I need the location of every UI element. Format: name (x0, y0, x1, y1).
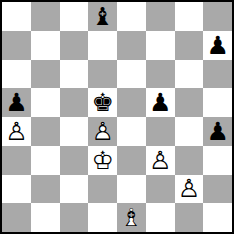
square-d2[interactable] (88, 175, 117, 204)
square-f2[interactable] (146, 175, 175, 204)
square-c6[interactable] (60, 60, 89, 89)
square-b4[interactable] (31, 117, 60, 146)
square-f1[interactable] (146, 203, 175, 232)
black-pawn-a5: ♟ (2, 88, 31, 117)
white-pawn-f3: ♟♙ (146, 146, 175, 175)
square-c7[interactable] (60, 31, 89, 60)
square-g6[interactable] (175, 60, 204, 89)
square-f5[interactable]: ♟ (146, 88, 175, 117)
pawn-outline-glyph: ♙ (2, 117, 31, 146)
square-g3[interactable] (175, 146, 204, 175)
square-b8[interactable] (31, 2, 60, 31)
square-g4[interactable] (175, 117, 204, 146)
square-h5[interactable] (203, 88, 232, 117)
square-e7[interactable] (117, 31, 146, 60)
square-c8[interactable] (60, 2, 89, 31)
square-d6[interactable] (88, 60, 117, 89)
square-a1[interactable] (2, 203, 31, 232)
square-a8[interactable] (2, 2, 31, 31)
square-h4[interactable]: ♟ (203, 117, 232, 146)
square-g8[interactable] (175, 2, 204, 31)
square-h1[interactable] (203, 203, 232, 232)
white-pawn-g2: ♟♙ (175, 175, 204, 204)
square-a4[interactable]: ♟♙ (2, 117, 31, 146)
square-e5[interactable] (117, 88, 146, 117)
white-pawn-a4: ♟♙ (2, 117, 31, 146)
pawn-glyph: ♟ (146, 88, 175, 117)
square-g5[interactable] (175, 88, 204, 117)
square-h7[interactable]: ♟ (203, 31, 232, 60)
black-pawn-f5: ♟ (146, 88, 175, 117)
square-b6[interactable] (31, 60, 60, 89)
black-pawn-h4: ♟ (203, 117, 232, 146)
king-outline-glyph: ♔ (88, 146, 117, 175)
bishop-glyph: ♝ (88, 2, 117, 31)
square-b7[interactable] (31, 31, 60, 60)
square-f8[interactable] (146, 2, 175, 31)
square-b5[interactable] (31, 88, 60, 117)
king-glyph: ♚ (88, 88, 117, 117)
square-h6[interactable] (203, 60, 232, 89)
square-h3[interactable] (203, 146, 232, 175)
square-a3[interactable] (2, 146, 31, 175)
square-g7[interactable] (175, 31, 204, 60)
white-bishop-e1: ♝♗ (117, 203, 146, 232)
pawn-outline-glyph: ♙ (88, 117, 117, 146)
square-b2[interactable] (31, 175, 60, 204)
square-f3[interactable]: ♟♙ (146, 146, 175, 175)
black-king-d5: ♚ (88, 88, 117, 117)
white-pawn-d4: ♟♙ (88, 117, 117, 146)
square-d3[interactable]: ♚♔ (88, 146, 117, 175)
square-d8[interactable]: ♝ (88, 2, 117, 31)
square-a7[interactable] (2, 31, 31, 60)
pawn-glyph: ♟ (2, 88, 31, 117)
white-king-d3: ♚♔ (88, 146, 117, 175)
pawn-outline-glyph: ♙ (175, 175, 204, 204)
square-g2[interactable]: ♟♙ (175, 175, 204, 204)
square-c4[interactable] (60, 117, 89, 146)
black-bishop-d8: ♝ (88, 2, 117, 31)
square-c2[interactable] (60, 175, 89, 204)
square-h2[interactable] (203, 175, 232, 204)
bishop-outline-glyph: ♗ (117, 203, 146, 232)
square-e3[interactable] (117, 146, 146, 175)
square-c3[interactable] (60, 146, 89, 175)
chessboard-container: ♝♟♟♚♟♟♙♟♙♟♚♔♟♙♟♙♝♗ (0, 0, 234, 234)
square-b1[interactable] (31, 203, 60, 232)
square-f4[interactable] (146, 117, 175, 146)
pawn-glyph: ♟ (203, 31, 232, 60)
square-e2[interactable] (117, 175, 146, 204)
square-a5[interactable]: ♟ (2, 88, 31, 117)
square-d1[interactable] (88, 203, 117, 232)
square-e6[interactable] (117, 60, 146, 89)
square-e8[interactable] (117, 2, 146, 31)
square-e4[interactable] (117, 117, 146, 146)
square-e1[interactable]: ♝♗ (117, 203, 146, 232)
pawn-outline-glyph: ♙ (146, 146, 175, 175)
square-d5[interactable]: ♚ (88, 88, 117, 117)
square-g1[interactable] (175, 203, 204, 232)
chessboard: ♝♟♟♚♟♟♙♟♙♟♚♔♟♙♟♙♝♗ (0, 0, 234, 234)
square-a2[interactable] (2, 175, 31, 204)
square-f7[interactable] (146, 31, 175, 60)
square-a6[interactable] (2, 60, 31, 89)
square-f6[interactable] (146, 60, 175, 89)
black-pawn-h7: ♟ (203, 31, 232, 60)
square-b3[interactable] (31, 146, 60, 175)
square-c5[interactable] (60, 88, 89, 117)
square-h8[interactable] (203, 2, 232, 31)
pawn-glyph: ♟ (203, 117, 232, 146)
square-c1[interactable] (60, 203, 89, 232)
square-d7[interactable] (88, 31, 117, 60)
square-d4[interactable]: ♟♙ (88, 117, 117, 146)
